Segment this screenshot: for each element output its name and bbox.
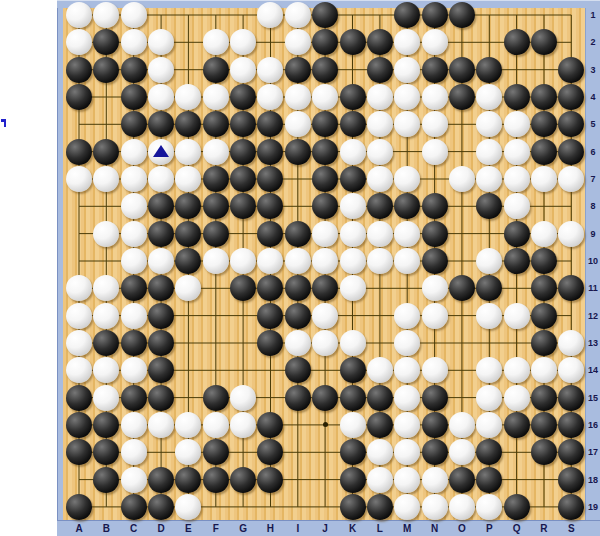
black-stone-C13[interactable] (121, 330, 147, 356)
triangle-marker (153, 145, 169, 157)
black-stone-F8[interactable] (203, 193, 229, 219)
white-stone-J4[interactable] (312, 84, 338, 110)
white-stone-Q5[interactable] (504, 111, 530, 137)
white-stone-L7[interactable] (367, 166, 393, 192)
row-label-18: 18 (587, 475, 599, 485)
column-label-D: D (157, 523, 164, 534)
black-stone-I11[interactable] (285, 275, 311, 301)
white-stone-A12[interactable] (66, 303, 92, 329)
white-stone-Q6[interactable] (504, 139, 530, 165)
black-stone-B3[interactable] (93, 57, 119, 83)
white-stone-P19[interactable] (476, 494, 502, 520)
white-stone-B15[interactable] (93, 385, 119, 411)
black-stone-Q4[interactable] (504, 84, 530, 110)
white-stone-C9[interactable] (121, 221, 147, 247)
white-stone-C6[interactable] (121, 139, 147, 165)
column-label-K: K (349, 523, 356, 534)
black-stone-A4[interactable] (66, 84, 92, 110)
go-board[interactable] (63, 8, 585, 520)
black-stone-Q2[interactable] (504, 29, 530, 55)
white-stone-L9[interactable] (367, 221, 393, 247)
white-stone-C1[interactable] (121, 2, 147, 28)
row-label-4: 4 (587, 92, 599, 102)
white-stone-P16[interactable] (476, 412, 502, 438)
black-stone-R4[interactable] (531, 84, 557, 110)
white-stone-K13[interactable] (340, 330, 366, 356)
white-stone-A13[interactable] (66, 330, 92, 356)
white-stone-M13[interactable] (394, 330, 420, 356)
black-stone-R15[interactable] (531, 385, 557, 411)
white-stone-P6[interactable] (476, 139, 502, 165)
black-stone-N17[interactable] (422, 439, 448, 465)
column-label-L: L (377, 523, 383, 534)
column-label-O: O (458, 523, 466, 534)
black-stone-N16[interactable] (422, 412, 448, 438)
column-label-A: A (75, 523, 82, 534)
white-stone-P12[interactable] (476, 303, 502, 329)
column-label-F: F (213, 523, 219, 534)
black-stone-L3[interactable] (367, 57, 393, 83)
black-stone-G7[interactable] (230, 166, 256, 192)
black-stone-F15[interactable] (203, 385, 229, 411)
black-stone-C15[interactable] (121, 385, 147, 411)
black-stone-S3[interactable] (558, 57, 584, 83)
black-stone-G6[interactable] (230, 139, 256, 165)
white-stone-J9[interactable] (312, 221, 338, 247)
row-label-14: 14 (587, 365, 599, 375)
row-label-12: 12 (587, 311, 599, 321)
black-stone-H6[interactable] (257, 139, 283, 165)
white-stone-C7[interactable] (121, 166, 147, 192)
black-stone-H9[interactable] (257, 221, 283, 247)
black-stone-R13[interactable] (531, 330, 557, 356)
white-stone-M3[interactable] (394, 57, 420, 83)
white-stone-M12[interactable] (394, 303, 420, 329)
white-stone-I2[interactable] (285, 29, 311, 55)
black-stone-A15[interactable] (66, 385, 92, 411)
white-stone-C18[interactable] (121, 467, 147, 493)
black-stone-K14[interactable] (340, 357, 366, 383)
black-stone-A16[interactable] (66, 412, 92, 438)
black-stone-A19[interactable] (66, 494, 92, 520)
black-stone-R16[interactable] (531, 412, 557, 438)
black-stone-J15[interactable] (312, 385, 338, 411)
black-stone-H18[interactable] (257, 467, 283, 493)
black-stone-S6[interactable] (558, 139, 584, 165)
black-stone-I12[interactable] (285, 303, 311, 329)
black-stone-R6[interactable] (531, 139, 557, 165)
black-stone-N9[interactable] (422, 221, 448, 247)
row-label-7: 7 (587, 174, 599, 184)
white-stone-C10[interactable] (121, 248, 147, 274)
black-stone-K17[interactable] (340, 439, 366, 465)
white-stone-M19[interactable] (394, 494, 420, 520)
black-stone-F18[interactable] (203, 467, 229, 493)
black-stone-A6[interactable] (66, 139, 92, 165)
white-stone-N2[interactable] (422, 29, 448, 55)
black-stone-C5[interactable] (121, 111, 147, 137)
black-stone-K2[interactable] (340, 29, 366, 55)
white-stone-P15[interactable] (476, 385, 502, 411)
column-label-R: R (540, 523, 547, 534)
column-label-P: P (486, 523, 493, 534)
white-stone-D3[interactable] (148, 57, 174, 83)
black-stone-K5[interactable] (340, 111, 366, 137)
black-stone-C11[interactable] (121, 275, 147, 301)
black-stone-I14[interactable] (285, 357, 311, 383)
white-stone-N11[interactable] (422, 275, 448, 301)
black-stone-C19[interactable] (121, 494, 147, 520)
row-label-1: 1 (587, 10, 599, 20)
black-stone-O18[interactable] (449, 467, 475, 493)
white-stone-C12[interactable] (121, 303, 147, 329)
black-stone-R12[interactable] (531, 303, 557, 329)
black-stone-O3[interactable] (449, 57, 475, 83)
column-label-J: J (322, 523, 328, 534)
row-label-15: 15 (587, 393, 599, 403)
white-stone-S9[interactable] (558, 221, 584, 247)
white-stone-N12[interactable] (422, 303, 448, 329)
black-stone-D13[interactable] (148, 330, 174, 356)
white-stone-F10[interactable] (203, 248, 229, 274)
black-stone-N8[interactable] (422, 193, 448, 219)
row-label-10: 10 (587, 256, 599, 266)
white-stone-I1[interactable] (285, 2, 311, 28)
black-stone-P3[interactable] (476, 57, 502, 83)
white-stone-M10[interactable] (394, 248, 420, 274)
black-stone-C3[interactable] (121, 57, 147, 83)
white-stone-C2[interactable] (121, 29, 147, 55)
white-stone-N6[interactable] (422, 139, 448, 165)
white-stone-H3[interactable] (257, 57, 283, 83)
white-stone-L10[interactable] (367, 248, 393, 274)
white-stone-K6[interactable] (340, 139, 366, 165)
white-stone-G15[interactable] (230, 385, 256, 411)
white-stone-Q8[interactable] (504, 193, 530, 219)
white-stone-K8[interactable] (340, 193, 366, 219)
white-stone-O7[interactable] (449, 166, 475, 192)
white-stone-F16[interactable] (203, 412, 229, 438)
white-stone-D10[interactable] (148, 248, 174, 274)
black-stone-B18[interactable] (93, 467, 119, 493)
white-stone-D4[interactable] (148, 84, 174, 110)
black-stone-L19[interactable] (367, 494, 393, 520)
black-stone-L16[interactable] (367, 412, 393, 438)
row-label-11: 11 (587, 283, 599, 293)
column-label-C: C (130, 523, 137, 534)
column-label-N: N (431, 523, 438, 534)
white-stone-M7[interactable] (394, 166, 420, 192)
black-stone-R10[interactable] (531, 248, 557, 274)
column-label-Q: Q (513, 523, 521, 534)
black-stone-F5[interactable] (203, 111, 229, 137)
white-stone-J10[interactable] (312, 248, 338, 274)
white-stone-B9[interactable] (93, 221, 119, 247)
black-stone-K15[interactable] (340, 385, 366, 411)
white-stone-Q15[interactable] (504, 385, 530, 411)
column-label-B: B (103, 523, 110, 534)
black-stone-O1[interactable] (449, 2, 475, 28)
black-stone-K7[interactable] (340, 166, 366, 192)
row-label-13: 13 (587, 338, 599, 348)
white-stone-L5[interactable] (367, 111, 393, 137)
black-stone-N1[interactable] (422, 2, 448, 28)
black-stone-G18[interactable] (230, 467, 256, 493)
white-stone-R9[interactable] (531, 221, 557, 247)
white-stone-L17[interactable] (367, 439, 393, 465)
black-stone-F3[interactable] (203, 57, 229, 83)
black-stone-B6[interactable] (93, 139, 119, 165)
row-label-2: 2 (587, 37, 599, 47)
black-stone-J7[interactable] (312, 166, 338, 192)
go-app-window: ABCDEFGHIJKLMNOPQRS123456789101112131415… (0, 0, 600, 536)
black-stone-L8[interactable] (367, 193, 393, 219)
white-stone-K11[interactable] (340, 275, 366, 301)
black-stone-I9[interactable] (285, 221, 311, 247)
black-stone-N10[interactable] (422, 248, 448, 274)
black-stone-K18[interactable] (340, 467, 366, 493)
black-stone-F9[interactable] (203, 221, 229, 247)
white-stone-C8[interactable] (121, 193, 147, 219)
white-stone-L14[interactable] (367, 357, 393, 383)
white-stone-A7[interactable] (66, 166, 92, 192)
column-label-M: M (403, 523, 411, 534)
black-stone-Q9[interactable] (504, 221, 530, 247)
white-stone-L6[interactable] (367, 139, 393, 165)
white-stone-I10[interactable] (285, 248, 311, 274)
row-label-3: 3 (587, 65, 599, 75)
white-stone-F6[interactable] (203, 139, 229, 165)
row-label-8: 8 (587, 201, 599, 211)
row-label-17: 17 (587, 447, 599, 457)
black-stone-Q10[interactable] (504, 248, 530, 274)
white-stone-K9[interactable] (340, 221, 366, 247)
black-stone-S18[interactable] (558, 467, 584, 493)
black-stone-A3[interactable] (66, 57, 92, 83)
white-stone-O19[interactable] (449, 494, 475, 520)
black-stone-Q19[interactable] (504, 494, 530, 520)
column-label-E: E (185, 523, 192, 534)
black-stone-D9[interactable] (148, 221, 174, 247)
black-stone-S15[interactable] (558, 385, 584, 411)
white-stone-N18[interactable] (422, 467, 448, 493)
black-stone-M1[interactable] (394, 2, 420, 28)
white-stone-C17[interactable] (121, 439, 147, 465)
white-stone-Q14[interactable] (504, 357, 530, 383)
white-stone-N19[interactable] (422, 494, 448, 520)
white-stone-O16[interactable] (449, 412, 475, 438)
black-stone-D12[interactable] (148, 303, 174, 329)
black-stone-Q16[interactable] (504, 412, 530, 438)
black-stone-J3[interactable] (312, 57, 338, 83)
black-stone-P18[interactable] (476, 467, 502, 493)
white-stone-N14[interactable] (422, 357, 448, 383)
black-stone-I15[interactable] (285, 385, 311, 411)
white-stone-G16[interactable] (230, 412, 256, 438)
white-stone-M4[interactable] (394, 84, 420, 110)
margin-text-fragment (1, 119, 6, 122)
black-stone-O11[interactable] (449, 275, 475, 301)
white-stone-K10[interactable] (340, 248, 366, 274)
white-stone-K16[interactable] (340, 412, 366, 438)
black-stone-L2[interactable] (367, 29, 393, 55)
white-stone-B12[interactable] (93, 303, 119, 329)
white-stone-I4[interactable] (285, 84, 311, 110)
black-stone-F7[interactable] (203, 166, 229, 192)
black-stone-C4[interactable] (121, 84, 147, 110)
column-label-I: I (296, 523, 299, 534)
column-label-G: G (239, 523, 247, 534)
row-label-5: 5 (587, 119, 599, 129)
black-stone-D15[interactable] (148, 385, 174, 411)
white-stone-L18[interactable] (367, 467, 393, 493)
white-stone-J12[interactable] (312, 303, 338, 329)
black-stone-J1[interactable] (312, 2, 338, 28)
white-stone-Q12[interactable] (504, 303, 530, 329)
white-stone-M18[interactable] (394, 467, 420, 493)
black-stone-F17[interactable] (203, 439, 229, 465)
black-stone-D19[interactable] (148, 494, 174, 520)
black-stone-I6[interactable] (285, 139, 311, 165)
row-label-19: 19 (587, 502, 599, 512)
white-stone-L4[interactable] (367, 84, 393, 110)
black-stone-O4[interactable] (449, 84, 475, 110)
white-stone-A1[interactable] (66, 2, 92, 28)
white-stone-O17[interactable] (449, 439, 475, 465)
black-stone-E18[interactable] (175, 467, 201, 493)
row-label-16: 16 (587, 420, 599, 430)
white-stone-D16[interactable] (148, 412, 174, 438)
black-stone-I3[interactable] (285, 57, 311, 83)
black-stone-K19[interactable] (340, 494, 366, 520)
column-label-H: H (267, 523, 274, 534)
white-stone-C16[interactable] (121, 412, 147, 438)
white-stone-Q7[interactable] (504, 166, 530, 192)
white-stone-F2[interactable] (203, 29, 229, 55)
white-stone-N4[interactable] (422, 84, 448, 110)
white-stone-R7[interactable] (531, 166, 557, 192)
black-stone-N3[interactable] (422, 57, 448, 83)
white-stone-I13[interactable] (285, 330, 311, 356)
white-stone-C14[interactable] (121, 357, 147, 383)
white-stone-F4[interactable] (203, 84, 229, 110)
white-stone-G3[interactable] (230, 57, 256, 83)
white-stone-N5[interactable] (422, 111, 448, 137)
white-stone-G10[interactable] (230, 248, 256, 274)
black-stone-D18[interactable] (148, 467, 174, 493)
black-stone-H12[interactable] (257, 303, 283, 329)
white-stone-D7[interactable] (148, 166, 174, 192)
white-stone-I5[interactable] (285, 111, 311, 137)
black-stone-K4[interactable] (340, 84, 366, 110)
black-stone-J6[interactable] (312, 139, 338, 165)
row-label-6: 6 (587, 147, 599, 157)
white-stone-M9[interactable] (394, 221, 420, 247)
row-label-9: 9 (587, 229, 599, 239)
white-stone-M15[interactable] (394, 385, 420, 411)
white-stone-J13[interactable] (312, 330, 338, 356)
white-stone-M16[interactable] (394, 412, 420, 438)
black-stone-G4[interactable] (230, 84, 256, 110)
black-stone-N15[interactable] (422, 385, 448, 411)
column-label-S: S (568, 523, 575, 534)
black-stone-E9[interactable] (175, 221, 201, 247)
white-stone-E6[interactable] (175, 139, 201, 165)
black-stone-L15[interactable] (367, 385, 393, 411)
